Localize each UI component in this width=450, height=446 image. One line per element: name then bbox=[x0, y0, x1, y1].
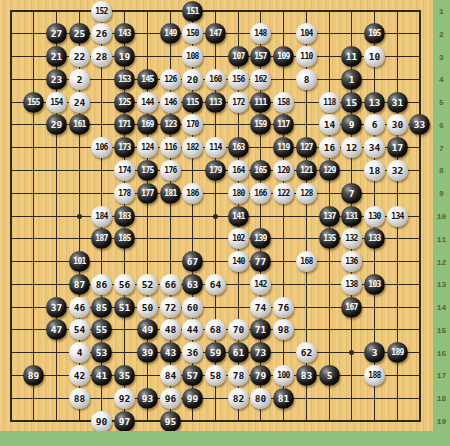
stone-black-147: 147 bbox=[205, 23, 226, 44]
stone-black-153: 153 bbox=[114, 69, 135, 90]
stone-white-12: 12 bbox=[341, 137, 362, 158]
stone-white-20: 20 bbox=[182, 69, 203, 90]
stone-black-61: 61 bbox=[228, 342, 249, 363]
stone-black-165: 165 bbox=[250, 160, 271, 181]
stone-white-44: 44 bbox=[182, 319, 203, 340]
stone-black-53: 53 bbox=[91, 342, 112, 363]
stone-black-175: 175 bbox=[137, 160, 158, 181]
stone-white-42: 42 bbox=[69, 365, 90, 386]
stone-black-125: 125 bbox=[114, 92, 135, 113]
stone-white-84: 84 bbox=[160, 365, 181, 386]
stone-black-97: 97 bbox=[114, 411, 135, 432]
stone-black-67: 67 bbox=[182, 251, 203, 272]
stone-white-184: 184 bbox=[91, 206, 112, 227]
stone-white-104: 104 bbox=[296, 23, 317, 44]
stone-black-1: 1 bbox=[341, 69, 362, 90]
stone-black-111: 111 bbox=[250, 92, 271, 113]
stone-black-163: 163 bbox=[228, 137, 249, 158]
stone-white-110: 110 bbox=[296, 46, 317, 67]
stone-black-115: 115 bbox=[182, 92, 203, 113]
go-board-diagram: 1521512725261431491501471481041052122281… bbox=[0, 0, 450, 446]
column-coordinate-strip: ABCDEFGHIJKLMNOPQRS bbox=[0, 431, 433, 446]
stone-black-181: 181 bbox=[160, 183, 181, 204]
stone-black-169: 169 bbox=[137, 114, 158, 135]
stone-white-28: 28 bbox=[91, 46, 112, 67]
stone-white-140: 140 bbox=[228, 251, 249, 272]
stone-white-146: 146 bbox=[160, 92, 181, 113]
stone-white-170: 170 bbox=[182, 114, 203, 135]
stone-white-180: 180 bbox=[228, 183, 249, 204]
stone-black-23: 23 bbox=[46, 69, 67, 90]
stone-white-114: 114 bbox=[205, 137, 226, 158]
stone-white-158: 158 bbox=[273, 92, 294, 113]
stone-black-83: 83 bbox=[296, 365, 317, 386]
stone-white-66: 66 bbox=[160, 274, 181, 295]
stone-black-41: 41 bbox=[91, 365, 112, 386]
stone-white-150: 150 bbox=[182, 23, 203, 44]
stone-white-32: 32 bbox=[387, 160, 408, 181]
stone-black-55: 55 bbox=[91, 319, 112, 340]
stone-black-105: 105 bbox=[364, 23, 385, 44]
grid-line-horizontal bbox=[10, 420, 421, 422]
stone-black-73: 73 bbox=[250, 342, 271, 363]
row-label-5: 5 bbox=[433, 98, 450, 107]
stone-black-121: 121 bbox=[296, 160, 317, 181]
stone-black-51: 51 bbox=[114, 297, 135, 318]
stone-white-182: 182 bbox=[182, 137, 203, 158]
stone-white-138: 138 bbox=[341, 274, 362, 295]
stone-black-35: 35 bbox=[114, 365, 135, 386]
stone-black-31: 31 bbox=[387, 92, 408, 113]
stone-black-79: 79 bbox=[250, 365, 271, 386]
stone-white-78: 78 bbox=[228, 365, 249, 386]
stone-white-168: 168 bbox=[296, 251, 317, 272]
stone-white-162: 162 bbox=[250, 69, 271, 90]
stone-black-151: 151 bbox=[182, 1, 203, 22]
stone-white-56: 56 bbox=[114, 274, 135, 295]
stone-white-124: 124 bbox=[137, 137, 158, 158]
stone-white-116: 116 bbox=[160, 137, 181, 158]
stone-white-76: 76 bbox=[273, 297, 294, 318]
stone-white-68: 68 bbox=[205, 319, 226, 340]
stone-black-43: 43 bbox=[160, 342, 181, 363]
stone-white-96: 96 bbox=[160, 388, 181, 409]
stone-white-14: 14 bbox=[319, 114, 340, 135]
star-point bbox=[213, 214, 218, 219]
stone-black-137: 137 bbox=[319, 206, 340, 227]
stone-white-24: 24 bbox=[69, 92, 90, 113]
stone-white-144: 144 bbox=[137, 92, 158, 113]
stone-white-74: 74 bbox=[250, 297, 271, 318]
stone-white-118: 118 bbox=[319, 92, 340, 113]
stone-white-52: 52 bbox=[137, 274, 158, 295]
stone-white-120: 120 bbox=[273, 160, 294, 181]
stone-white-142: 142 bbox=[250, 274, 271, 295]
stone-black-89: 89 bbox=[23, 365, 44, 386]
stone-white-186: 186 bbox=[182, 183, 203, 204]
stone-black-57: 57 bbox=[182, 365, 203, 386]
stone-white-64: 64 bbox=[205, 274, 226, 295]
stone-white-26: 26 bbox=[91, 23, 112, 44]
stone-white-50: 50 bbox=[137, 297, 158, 318]
row-label-15: 15 bbox=[433, 326, 450, 335]
stone-white-90: 90 bbox=[91, 411, 112, 432]
stone-black-117: 117 bbox=[273, 114, 294, 135]
stone-black-85: 85 bbox=[91, 297, 112, 318]
stone-black-143: 143 bbox=[114, 23, 135, 44]
stone-black-77: 77 bbox=[250, 251, 271, 272]
stone-black-99: 99 bbox=[182, 388, 203, 409]
stone-black-39: 39 bbox=[137, 342, 158, 363]
stone-black-185: 185 bbox=[114, 228, 135, 249]
row-label-19: 19 bbox=[433, 417, 450, 426]
row-label-18: 18 bbox=[433, 394, 450, 403]
stone-black-159: 159 bbox=[250, 114, 271, 135]
stone-white-70: 70 bbox=[228, 319, 249, 340]
row-label-13: 13 bbox=[433, 280, 450, 289]
goban[interactable]: 1521512725261431491501471481041052122281… bbox=[0, 0, 433, 431]
stone-white-16: 16 bbox=[319, 137, 340, 158]
stone-white-108: 108 bbox=[182, 46, 203, 67]
stone-white-132: 132 bbox=[341, 228, 362, 249]
stone-black-179: 179 bbox=[205, 160, 226, 181]
stone-black-13: 13 bbox=[364, 92, 385, 113]
stone-black-93: 93 bbox=[137, 388, 158, 409]
stone-white-160: 160 bbox=[205, 69, 226, 90]
stone-black-109: 109 bbox=[273, 46, 294, 67]
stone-white-62: 62 bbox=[296, 342, 317, 363]
stone-white-102: 102 bbox=[228, 228, 249, 249]
stone-white-88: 88 bbox=[69, 388, 90, 409]
stone-black-95: 95 bbox=[160, 411, 181, 432]
row-label-11: 11 bbox=[433, 235, 450, 244]
stone-black-183: 183 bbox=[114, 206, 135, 227]
stone-black-87: 87 bbox=[69, 274, 90, 295]
stone-white-164: 164 bbox=[228, 160, 249, 181]
stone-black-37: 37 bbox=[46, 297, 67, 318]
stone-white-60: 60 bbox=[182, 297, 203, 318]
row-label-8: 8 bbox=[433, 166, 450, 175]
stone-white-72: 72 bbox=[160, 297, 181, 318]
stone-white-82: 82 bbox=[228, 388, 249, 409]
stone-white-98: 98 bbox=[273, 319, 294, 340]
row-label-14: 14 bbox=[433, 303, 450, 312]
stone-black-3: 3 bbox=[364, 342, 385, 363]
stone-black-101: 101 bbox=[69, 251, 90, 272]
stone-white-100: 100 bbox=[273, 365, 294, 386]
stone-black-127: 127 bbox=[296, 137, 317, 158]
stone-black-15: 15 bbox=[341, 92, 362, 113]
stone-white-86: 86 bbox=[91, 274, 112, 295]
stone-white-130: 130 bbox=[364, 206, 385, 227]
stone-white-122: 122 bbox=[273, 183, 294, 204]
row-label-3: 3 bbox=[433, 53, 450, 62]
stone-black-63: 63 bbox=[182, 274, 203, 295]
stone-black-187: 187 bbox=[91, 228, 112, 249]
stone-white-152: 152 bbox=[91, 1, 112, 22]
stone-black-157: 157 bbox=[250, 46, 271, 67]
stone-black-113: 113 bbox=[205, 92, 226, 113]
stone-white-188: 188 bbox=[364, 365, 385, 386]
stone-white-80: 80 bbox=[250, 388, 271, 409]
stone-black-7: 7 bbox=[341, 183, 362, 204]
stone-black-71: 71 bbox=[250, 319, 271, 340]
stone-black-189: 189 bbox=[387, 342, 408, 363]
star-point bbox=[77, 214, 82, 219]
stone-black-123: 123 bbox=[160, 114, 181, 135]
stone-black-129: 129 bbox=[319, 160, 340, 181]
grid-line-vertical bbox=[283, 10, 284, 422]
stone-white-58: 58 bbox=[205, 365, 226, 386]
stone-white-136: 136 bbox=[341, 251, 362, 272]
stone-black-131: 131 bbox=[341, 206, 362, 227]
stone-white-8: 8 bbox=[296, 69, 317, 90]
stone-white-46: 46 bbox=[69, 297, 90, 318]
stone-white-106: 106 bbox=[91, 137, 112, 158]
stone-white-54: 54 bbox=[69, 319, 90, 340]
stone-black-133: 133 bbox=[364, 228, 385, 249]
row-label-7: 7 bbox=[433, 144, 450, 153]
stone-black-81: 81 bbox=[273, 388, 294, 409]
stone-white-178: 178 bbox=[114, 183, 135, 204]
stone-white-134: 134 bbox=[387, 206, 408, 227]
stone-black-11: 11 bbox=[341, 46, 362, 67]
stone-black-27: 27 bbox=[46, 23, 67, 44]
stone-black-149: 149 bbox=[160, 23, 181, 44]
stone-white-48: 48 bbox=[160, 319, 181, 340]
star-point bbox=[349, 350, 354, 355]
stone-black-177: 177 bbox=[137, 183, 158, 204]
stone-white-6: 6 bbox=[364, 114, 385, 135]
stone-black-155: 155 bbox=[23, 92, 44, 113]
stone-black-33: 33 bbox=[409, 114, 430, 135]
stone-black-139: 139 bbox=[250, 228, 271, 249]
stone-black-167: 167 bbox=[341, 297, 362, 318]
stone-white-92: 92 bbox=[114, 388, 135, 409]
stone-white-128: 128 bbox=[296, 183, 317, 204]
stone-black-141: 141 bbox=[228, 206, 249, 227]
stone-white-176: 176 bbox=[160, 160, 181, 181]
stone-white-156: 156 bbox=[228, 69, 249, 90]
stone-black-21: 21 bbox=[46, 46, 67, 67]
stone-white-166: 166 bbox=[250, 183, 271, 204]
stone-white-2: 2 bbox=[69, 69, 90, 90]
stone-black-49: 49 bbox=[137, 319, 158, 340]
stone-black-161: 161 bbox=[69, 114, 90, 135]
stone-white-174: 174 bbox=[114, 160, 135, 181]
row-coordinate-strip: 12345678910111213141516171819 bbox=[433, 0, 450, 446]
row-label-4: 4 bbox=[433, 75, 450, 84]
stone-black-145: 145 bbox=[137, 69, 158, 90]
stone-black-171: 171 bbox=[114, 114, 135, 135]
stone-white-18: 18 bbox=[364, 160, 385, 181]
stone-black-17: 17 bbox=[387, 137, 408, 158]
stone-black-9: 9 bbox=[341, 114, 362, 135]
stone-white-10: 10 bbox=[364, 46, 385, 67]
stone-black-5: 5 bbox=[319, 365, 340, 386]
row-label-10: 10 bbox=[433, 212, 450, 221]
stone-black-119: 119 bbox=[273, 137, 294, 158]
row-label-2: 2 bbox=[433, 30, 450, 39]
stone-white-154: 154 bbox=[46, 92, 67, 113]
grid-line-vertical bbox=[419, 10, 421, 422]
stone-black-59: 59 bbox=[205, 342, 226, 363]
stone-black-19: 19 bbox=[114, 46, 135, 67]
stone-white-148: 148 bbox=[250, 23, 271, 44]
stone-black-47: 47 bbox=[46, 319, 67, 340]
row-label-1: 1 bbox=[433, 7, 450, 16]
stone-white-126: 126 bbox=[160, 69, 181, 90]
stone-black-135: 135 bbox=[319, 228, 340, 249]
stone-black-107: 107 bbox=[228, 46, 249, 67]
stone-white-22: 22 bbox=[69, 46, 90, 67]
row-label-12: 12 bbox=[433, 258, 450, 267]
stone-white-34: 34 bbox=[364, 137, 385, 158]
stone-white-4: 4 bbox=[69, 342, 90, 363]
row-label-17: 17 bbox=[433, 371, 450, 380]
stone-black-25: 25 bbox=[69, 23, 90, 44]
stone-white-36: 36 bbox=[182, 342, 203, 363]
row-label-16: 16 bbox=[433, 349, 450, 358]
stone-white-30: 30 bbox=[387, 114, 408, 135]
stone-black-29: 29 bbox=[46, 114, 67, 135]
stone-black-173: 173 bbox=[114, 137, 135, 158]
row-label-6: 6 bbox=[433, 121, 450, 130]
stone-black-103: 103 bbox=[364, 274, 385, 295]
row-label-9: 9 bbox=[433, 189, 450, 198]
stone-white-172: 172 bbox=[228, 92, 249, 113]
